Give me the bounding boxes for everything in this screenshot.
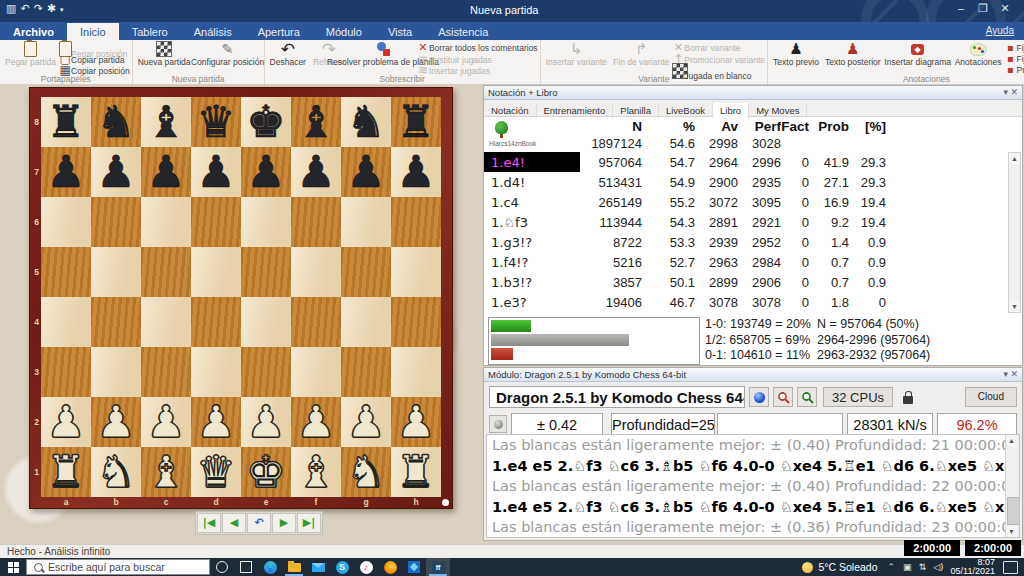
ribbon-item-label: Anotaciones: [955, 58, 1002, 67]
cloud-button[interactable]: Cloud: [965, 387, 1017, 407]
square-d5[interactable]: [191, 247, 241, 297]
save-icon[interactable]: ▥: [6, 2, 20, 15]
action-center-icon[interactable]: [1003, 561, 1018, 574]
cpu-count-button[interactable]: 32 CPUs: [823, 387, 893, 407]
ribbon-item-insert-variant[interactable]: ↳Insertar variante: [543, 40, 610, 74]
square-h8[interactable]: ♜: [391, 97, 441, 147]
menu-tab-archivo[interactable]: Archivo: [0, 23, 67, 40]
taskbar-search-input[interactable]: Escribe aquí para buscar: [26, 559, 210, 575]
notation-tab-livebook[interactable]: LiveBook: [659, 103, 713, 118]
black-pawn[interactable]: ♟: [241, 147, 291, 197]
go-last-button[interactable]: ▶|: [297, 513, 321, 533]
paste-position-icon: [59, 41, 71, 57]
square-f6[interactable]: [291, 197, 341, 247]
end-variant-icon: ↱: [635, 41, 648, 57]
square-c4[interactable]: [141, 297, 191, 347]
square-c8[interactable]: ♝: [141, 97, 191, 147]
engine-info-line: Las blancas están ligeramente mejor: ± (…: [487, 517, 1019, 538]
clock-date[interactable]: 8:07 05/11/2021: [951, 558, 995, 576]
rank-label-2: 2: [32, 397, 41, 447]
square-g7[interactable]: ♟: [341, 147, 391, 197]
go-first-button[interactable]: |◀: [197, 513, 221, 533]
book-move-row[interactable]: 1.e4!95706454.729642996041.929.3: [484, 152, 996, 172]
undo-icon[interactable]: ↶: [20, 2, 33, 15]
square-e3[interactable]: [241, 347, 291, 397]
book-statistics: 1-0: 193749 = 20% 1/2: 658705 = 69% 0-1:…: [487, 315, 1017, 365]
square-c6[interactable]: [141, 197, 191, 247]
draws-bar: [491, 334, 629, 346]
square-g6[interactable]: [341, 197, 391, 247]
result-stats-column: 1-0: 193749 = 20% 1/2: 658705 = 69% 0-1:…: [705, 317, 811, 364]
square-e6[interactable]: [241, 197, 291, 247]
notation-tab-entrenamiento[interactable]: Entrenamiento: [537, 103, 614, 118]
book-move[interactable]: 1.f4!?: [484, 252, 580, 272]
setup-position-icon: ✎: [222, 41, 234, 57]
square-b7[interactable]: ♟: [91, 147, 141, 197]
white-pawn[interactable]: ♟: [91, 397, 141, 447]
square-a3[interactable]: [41, 347, 91, 397]
windows-logo-icon: [8, 562, 19, 573]
black-pawn[interactable]: ♟: [291, 147, 341, 197]
square-g3[interactable]: [341, 347, 391, 397]
square-e2[interactable]: ♟: [241, 397, 291, 447]
insert-variant-icon: ↳: [570, 41, 583, 57]
ribbon-item-text-after[interactable]: ♟Texto posterior: [822, 40, 884, 74]
ribbon-group-name: Nueva partida: [135, 74, 262, 84]
ribbon-item-delete-variant[interactable]: ✕Borrar variante: [672, 41, 765, 52]
book-col-header[interactable]: Perf: [738, 117, 781, 135]
ribbon-item-set-evaluation[interactable]: ▪Fijar evaluación▾: [1004, 52, 1024, 63]
panel-close-icon[interactable]: ✕: [1010, 369, 1018, 379]
square-c1[interactable]: ♝: [141, 447, 191, 497]
ribbon-item-insert-moves[interactable]: ≋Insertar jugadas: [417, 63, 538, 74]
engine-status-led: [489, 415, 507, 433]
file-label-h: h: [391, 497, 441, 508]
search-placeholder: Escribe aquí para buscar: [48, 561, 165, 573]
ribbon-item-label: Insertar variante: [546, 58, 607, 67]
white-bishop[interactable]: ♝: [141, 447, 191, 497]
ribbon-item-new-game[interactable]: Nueva partida: [135, 40, 194, 74]
evaluation-box: ± 0.42: [511, 413, 603, 435]
engine-main-line: 1.e4 e5 2.♘f3 ♘c6 3.♗b5 ♘f6 4.0-0 ♘xe4 5…: [487, 456, 1019, 477]
undo-icon: ↶: [281, 41, 295, 57]
start-button[interactable]: [0, 558, 26, 576]
square-a5[interactable]: [41, 247, 91, 297]
book-move[interactable]: 1.e4!: [484, 152, 580, 172]
square-f3[interactable]: [291, 347, 341, 397]
square-d3[interactable]: [191, 347, 241, 397]
ribbon-item-set-mark[interactable]: ▪Fijar marca▾: [1004, 41, 1024, 52]
close-button[interactable]: ✕: [994, 2, 1016, 15]
notation-tabs: NotaciónEntrenamientoPlanillaLiveBookLib…: [484, 100, 1022, 117]
panel-dropdown-icon[interactable]: ▾: [1003, 369, 1008, 379]
square-e7[interactable]: ♟: [241, 147, 291, 197]
square-c5[interactable]: [141, 247, 191, 297]
ribbon-group-nueva-partida: Nueva partida✎Configurar posiciónNueva p…: [133, 40, 265, 84]
notation-tab-my-moves[interactable]: My Moves: [749, 103, 807, 118]
ribbon-item-paste-position[interactable]: Pegar posición: [59, 41, 130, 52]
speed-box: 28301 kN/s: [847, 413, 933, 435]
ribbon-item-label: Prefijo: [1016, 65, 1024, 75]
tray-icon-1[interactable]: ▣: [903, 562, 912, 572]
ribbon-item-prefix[interactable]: ▪Prefijo▾: [1004, 63, 1024, 74]
ribbon-item-annotations[interactable]: Anotaciones: [952, 40, 1005, 74]
menu-tab-vista[interactable]: Vista: [375, 23, 425, 40]
menu-tab-inicio[interactable]: Inicio: [67, 23, 119, 40]
book-col-header[interactable]: Fact: [781, 117, 809, 135]
network-icon[interactable]: ⇅: [919, 562, 927, 572]
black-knight[interactable]: ♞: [91, 97, 141, 147]
notation-tab-planilla[interactable]: Planilla: [613, 103, 659, 118]
solve-sheet-icon: [376, 41, 390, 57]
lock-icon[interactable]: [903, 391, 913, 404]
engine-panel-title: Módulo: Dragon 2.5.1 by Komodo Chess 64-…: [488, 369, 686, 380]
square-d8[interactable]: ♛: [191, 97, 241, 147]
square-g1[interactable]: ♞: [341, 447, 391, 497]
taskbar-app-fritz[interactable]: ff: [426, 558, 450, 576]
file-label-f: f: [291, 497, 341, 508]
black-pawn[interactable]: ♟: [91, 147, 141, 197]
text-after-icon: ♟: [846, 41, 859, 57]
book-name: Hiarcs14znBook: [489, 140, 549, 147]
square-g5[interactable]: [341, 247, 391, 297]
system-tray: 5°C Soleado ⌃ ▣ ⇅ ◁) 8:07 05/11/2021: [802, 558, 1024, 576]
square-f7[interactable]: ♟: [291, 147, 341, 197]
black-pawn[interactable]: ♟: [191, 147, 241, 197]
book-move-row[interactable]: 1.e3?1940646.73078307801.80: [484, 292, 996, 312]
square-e5[interactable]: [241, 247, 291, 297]
white-pawn[interactable]: ♟: [191, 397, 241, 447]
engine-scrollbar[interactable]: ▲▼: [1005, 435, 1019, 537]
square-c3[interactable]: [141, 347, 191, 397]
ribbon-item-label: Deshacer: [270, 58, 306, 67]
square-b3[interactable]: [91, 347, 141, 397]
white-knight[interactable]: ♞: [91, 447, 141, 497]
square-b8[interactable]: ♞: [91, 97, 141, 147]
black-pawn[interactable]: ♟: [141, 147, 191, 197]
square-b4[interactable]: [91, 297, 141, 347]
square-a4[interactable]: [41, 297, 91, 347]
square-b1[interactable]: ♞: [91, 447, 141, 497]
ribbon-item-undo[interactable]: ↶Deshacer: [267, 40, 309, 74]
ribbon-item-text-before[interactable]: ♟Texto previo: [770, 40, 822, 74]
square-h7[interactable]: ♟: [391, 147, 441, 197]
ribbon-item-copy-position[interactable]: ▦Copiar posición: [59, 63, 130, 74]
redo-icon: ↷: [322, 41, 336, 57]
rank-label-3: 3: [32, 347, 41, 397]
task-view-icon[interactable]: [234, 558, 258, 576]
rank-label-5: 5: [32, 247, 41, 297]
ribbon-tab-row: ArchivoInicioTableroAnálisisAperturaMódu…: [0, 22, 1024, 40]
white-pawn[interactable]: ♟: [241, 397, 291, 447]
result-bars: [488, 317, 700, 365]
square-h4[interactable]: [391, 297, 441, 347]
move-navigation-buttons: |◀◀↶▶▶|: [195, 511, 323, 535]
ribbon-group-variante: ↳Insertar variante↱Fin de variante✕Borra…: [541, 40, 768, 84]
square-h2[interactable]: ♟: [391, 397, 441, 447]
square-a8[interactable]: ♜: [41, 97, 91, 147]
black-bishop[interactable]: ♝: [291, 97, 341, 147]
white-pawn[interactable]: ♟: [341, 397, 391, 447]
book-col-header[interactable]: Av: [695, 117, 738, 135]
square-f4[interactable]: [291, 297, 341, 347]
quick-access-toolbar: ▥↶↷✱▾: [6, 2, 68, 15]
taskbar-app-firefox[interactable]: [378, 558, 402, 576]
titlebar: ▥↶↷✱▾ Nueva partida –❐✕: [0, 0, 1024, 22]
magnifier-plus-icon: [801, 391, 814, 404]
tray-expand-icon[interactable]: ⌃: [888, 562, 896, 572]
black-king[interactable]: ♚: [241, 97, 291, 147]
taskbar-app-mail[interactable]: [306, 558, 330, 576]
notation-panel-header: Notación + Libro ▾ ✕: [484, 86, 1022, 100]
ribbon-group-portapapeles: Pegar partidaPegar posición▢Copiar parti…: [0, 40, 133, 84]
weather-text[interactable]: 5°C Soleado: [818, 561, 877, 573]
ribbon-item-label: Configurar posición: [191, 58, 264, 67]
black-knight[interactable]: ♞: [341, 97, 391, 147]
square-d2[interactable]: ♟: [191, 397, 241, 447]
square-a6[interactable]: [41, 197, 91, 247]
ribbon-group-name: Anotaciones: [770, 74, 1024, 84]
white-wins-bar: [491, 320, 531, 332]
square-f2[interactable]: ♟: [291, 397, 341, 447]
menu-tab-tablero[interactable]: Tablero: [119, 23, 181, 40]
book-table: N%AvPerfFactProb[%]189712454.6299830281.…: [484, 117, 996, 312]
square-f1[interactable]: ♝: [291, 447, 341, 497]
white-pawn[interactable]: ♟: [141, 397, 191, 447]
chess-board-frame: ♜♞♝♛♚♝♞♜♟♟♟♟♟♟♟♟♟♟♟♟♟♟♟♟♜♞♝♛♚♝♞♜ 8765432…: [29, 87, 453, 509]
file-label-g: g: [341, 497, 391, 508]
ribbon-group-anotaciones: ♟Texto previo♟Texto posterior◆Insertar d…: [768, 40, 1024, 84]
square-g4[interactable]: [341, 297, 391, 347]
ribbon-item-label: Texto posterior: [825, 58, 881, 67]
ribbon-group-name: Sobrescribir: [267, 74, 538, 84]
taskbar-app-explorer[interactable]: [282, 558, 306, 576]
rank-label-7: 7: [32, 147, 41, 197]
minimize-button[interactable]: –: [950, 2, 972, 14]
magnifier-minus-icon: [777, 391, 790, 404]
ribbon-item-solve-sheet[interactable]: Resolver problema de planilla: [349, 40, 417, 74]
title-and-menu-bars: ▥↶↷✱▾ Nueva partida –❐✕ ArchivoInicioTab…: [0, 0, 1024, 40]
ribbon-item-label: Jugada en blanco: [684, 71, 751, 81]
file-label-a: a: [41, 497, 91, 508]
taskbar-app-icons: S♪ff: [258, 558, 450, 576]
square-f8[interactable]: ♝: [291, 97, 341, 147]
white-king[interactable]: ♚: [241, 447, 291, 497]
book-tree-icon: Hiarcs14znBook: [489, 121, 549, 147]
book-move-row[interactable]: 1.g3!?872253.32939295201.40.9: [484, 232, 996, 252]
settings-gear-icon[interactable]: ✱: [47, 2, 60, 15]
takeback-button[interactable]: ↶: [247, 513, 271, 533]
book-move-row[interactable]: 1.c426514955.230723095016.919.4: [484, 192, 996, 212]
cortana-icon[interactable]: [210, 558, 234, 576]
ribbon-item-end-variant[interactable]: ↱Fin de variante: [610, 40, 672, 74]
engine-name-button[interactable]: Dragon 2.5.1 by Komodo Chess 64-bit: [489, 386, 745, 408]
insert-diagram-icon: ◆: [911, 41, 924, 57]
square-d4[interactable]: [191, 297, 241, 347]
forward-button[interactable]: ▶: [272, 513, 296, 533]
black-rook[interactable]: ♜: [391, 97, 441, 147]
ribbon-item-label: Nueva partida: [138, 58, 191, 67]
engine-controls: Dragon 2.5.1 by Komodo Chess 64-bit 32 C…: [484, 382, 1022, 436]
book-move[interactable]: 1.g3!?: [484, 232, 580, 252]
ribbon-item-null-move[interactable]: Jugada en blanco: [672, 63, 765, 74]
square-c2[interactable]: ♟: [141, 397, 191, 447]
annotations-icon: [970, 41, 987, 57]
black-rook[interactable]: ♜: [41, 97, 91, 147]
file-label-c: c: [141, 497, 191, 508]
black-queen[interactable]: ♛: [191, 97, 241, 147]
weather-sun-icon[interactable]: [802, 562, 813, 573]
white-rook[interactable]: ♜: [41, 447, 91, 497]
restore-button[interactable]: ❐: [972, 2, 994, 15]
black-wins-bar: [491, 348, 513, 360]
panel-dropdown-icon[interactable]: ▾: [1003, 87, 1008, 97]
ribbon-item-setup-position[interactable]: ✎Configurar posición: [194, 40, 262, 74]
ribbon-item-label: Insertar diagrama: [884, 58, 951, 67]
book-col-header[interactable]: [%]: [849, 117, 886, 135]
side-to-move-indicator: [442, 499, 449, 506]
new-game-icon: [156, 41, 172, 57]
ribbon-item-delete-comments[interactable]: ✕Borrar todos los comentarios: [417, 41, 538, 52]
menu-tab-módulo[interactable]: Módulo: [313, 23, 375, 40]
ribbon-item-promote-variant[interactable]: ↑Promocionar variante: [672, 52, 765, 63]
rank-label-1: 1: [32, 447, 41, 497]
square-g2[interactable]: ♟: [341, 397, 391, 447]
black-pawn[interactable]: ♟: [41, 147, 91, 197]
square-b6[interactable]: [91, 197, 141, 247]
file-label-b: b: [91, 497, 141, 508]
file-label-e: e: [241, 497, 291, 508]
black-clock: 2:00:00: [965, 540, 1021, 556]
square-a1[interactable]: ♜: [41, 447, 91, 497]
window-title: Nueva partida: [470, 4, 539, 16]
book-move[interactable]: 1.b3!?: [484, 272, 580, 292]
ribbon-item-label: Texto previo: [773, 58, 819, 67]
panel-close-icon[interactable]: ✕: [1010, 87, 1018, 97]
taskbar-app-photos[interactable]: [402, 558, 426, 576]
rating-stats-column: N = 957064 (50%) 2964-2996 (957064) 2963…: [817, 317, 930, 364]
white-pawn[interactable]: ♟: [391, 397, 441, 447]
status-bar: Hecho - Análisis infinito: [0, 544, 1024, 558]
menu-tab-asistencia[interactable]: Asistencia: [425, 23, 501, 40]
notation-panel-title: Notación + Libro: [488, 87, 557, 98]
book-scrollbar[interactable]: ▲▼: [1008, 152, 1021, 313]
white-pawn[interactable]: ♟: [291, 397, 341, 447]
square-a2[interactable]: ♟: [41, 397, 91, 447]
ribbon-item-paste-game[interactable]: Pegar partida: [2, 40, 59, 74]
square-d7[interactable]: ♟: [191, 147, 241, 197]
notation-tab-notación[interactable]: Notación: [484, 103, 537, 118]
book-move[interactable]: 1.e3?: [484, 292, 580, 312]
square-e1[interactable]: ♚: [241, 447, 291, 497]
ribbon-item-replace-moves[interactable]: ≡Sustituir jugadas: [417, 52, 538, 63]
book-move-row[interactable]: 1.b3!?385750.12899290600.70.9: [484, 272, 996, 292]
windows-taskbar: Escribe aquí para buscar S♪ff 5°C Solead…: [0, 558, 1024, 576]
rank-label-4: 4: [32, 297, 41, 347]
ribbon-item-label: Insertar jugadas: [429, 66, 490, 76]
white-bishop[interactable]: ♝: [291, 447, 341, 497]
paste-game-icon: [24, 41, 37, 57]
hash-usage-box: 96.2%: [937, 413, 1017, 435]
white-queen[interactable]: ♛: [191, 447, 241, 497]
null-move-icon: [672, 63, 684, 79]
square-e4[interactable]: [241, 297, 291, 347]
black-bishop[interactable]: ♝: [141, 97, 191, 147]
increase-lines-button[interactable]: [797, 387, 817, 407]
book-total-n: 1897124: [580, 135, 642, 152]
ribbon: Pegar partidaPegar posición▢Copiar parti…: [0, 40, 1024, 85]
opening-book: Hiarcs14znBook N%AvPerfFactProb[%]189712…: [484, 117, 1022, 365]
square-c7[interactable]: ♟: [141, 147, 191, 197]
book-move[interactable]: 1.c4: [484, 192, 580, 212]
white-rook[interactable]: ♜: [391, 447, 441, 497]
taskbar-app-edge[interactable]: [258, 558, 282, 576]
engine-switch-button[interactable]: [749, 387, 769, 407]
square-h1[interactable]: ♜: [391, 447, 441, 497]
book-col-header[interactable]: Prob: [809, 117, 849, 135]
square-h6[interactable]: [391, 197, 441, 247]
book-move-row[interactable]: 1.f4!?521652.72963298400.70.9: [484, 252, 996, 272]
square-d6[interactable]: [191, 197, 241, 247]
square-e8[interactable]: ♚: [241, 97, 291, 147]
menu-tab-análisis[interactable]: Análisis: [181, 23, 245, 40]
square-b5[interactable]: [91, 247, 141, 297]
back-button[interactable]: ◀: [222, 513, 246, 533]
ribbon-item-insert-diagram[interactable]: ◆Insertar diagrama: [884, 40, 952, 74]
white-pawn[interactable]: ♟: [41, 397, 91, 447]
square-f5[interactable]: [291, 247, 341, 297]
square-b2[interactable]: ♟: [91, 397, 141, 447]
current-move-box: [717, 413, 843, 435]
redo-icon[interactable]: ↷: [34, 2, 47, 15]
depth-box: Profundidad=25: [611, 413, 715, 435]
rank-label-8: 8: [32, 97, 41, 147]
book-move-row[interactable]: 1.d4!51343154.929002935027.129.3: [484, 172, 996, 192]
book-move-row[interactable]: 1.♘f311394454.32891292109.219.4: [484, 212, 996, 232]
decrease-lines-button[interactable]: [773, 387, 793, 407]
text-before-icon: ♟: [789, 41, 802, 57]
chess-board[interactable]: ♜♞♝♛♚♝♞♜♟♟♟♟♟♟♟♟♟♟♟♟♟♟♟♟♜♞♝♛♚♝♞♜: [41, 97, 441, 497]
square-h3[interactable]: [391, 347, 441, 397]
qat-dropdown-icon[interactable]: ▾: [60, 6, 68, 13]
engine-main-line: 1.e4 e5 2.♘f3 ♘c6 3.♗b5 ♘f6 4.0-0 ♘xe4 5…: [487, 497, 1019, 518]
square-a7[interactable]: ♟: [41, 147, 91, 197]
book-move[interactable]: 1.♘f3: [484, 212, 580, 232]
help-link[interactable]: Ayuda: [986, 25, 1014, 36]
book-move[interactable]: 1.d4!: [484, 172, 580, 192]
square-d1[interactable]: ♛: [191, 447, 241, 497]
file-label-d: d: [191, 497, 241, 508]
volume-icon[interactable]: ◁): [933, 562, 943, 572]
engine-info-line: Las blancas están ligeramente mejor: ± (…: [487, 435, 1019, 456]
menu-tab-apertura[interactable]: Apertura: [245, 23, 313, 40]
engine-panel: Módulo: Dragon 2.5.1 by Komodo Chess 64-…: [483, 367, 1023, 541]
square-g8[interactable]: ♞: [341, 97, 391, 147]
black-pawn[interactable]: ♟: [341, 147, 391, 197]
black-pawn[interactable]: ♟: [391, 147, 441, 197]
ribbon-group-sobrescribir: ↶Deshacer↷RehacerResolver problema de pl…: [265, 40, 541, 84]
engine-info-line: Las blancas están ligeramente mejor: ± (…: [487, 476, 1019, 497]
taskbar-app-itunes[interactable]: ♪: [354, 558, 378, 576]
book-col-header[interactable]: %: [642, 117, 695, 135]
square-h5[interactable]: [391, 247, 441, 297]
engine-analysis-lines: Las blancas están ligeramente mejor: ± (…: [486, 434, 1020, 538]
white-knight[interactable]: ♞: [341, 447, 391, 497]
taskbar-app-skype[interactable]: S: [330, 558, 354, 576]
game-clocks: 2:00:00 2:00:00: [904, 540, 1021, 556]
book-col-header[interactable]: N: [580, 117, 642, 135]
board-area: ♜♞♝♛♚♝♞♜♟♟♟♟♟♟♟♟♟♟♟♟♟♟♟♟♜♞♝♛♚♝♞♜ 8765432…: [0, 84, 483, 544]
